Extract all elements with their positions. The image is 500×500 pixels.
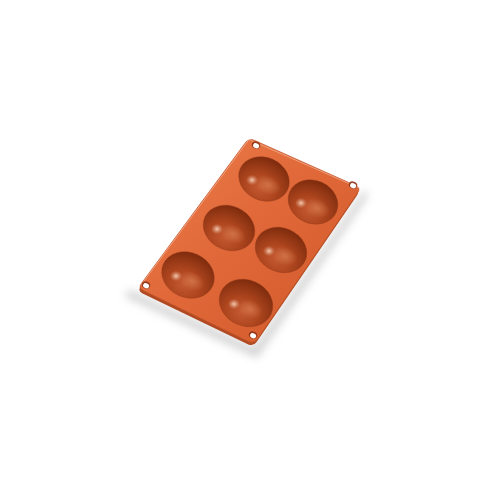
cavity-highlight <box>228 299 240 309</box>
cavity-highlight <box>211 224 223 234</box>
cavity-highlight <box>295 198 307 208</box>
cavity-highlight <box>263 246 275 256</box>
product-photo <box>0 0 500 500</box>
silicone-mold-image <box>0 0 500 500</box>
cavity-highlight <box>170 271 182 281</box>
cavity-highlight <box>246 175 258 185</box>
